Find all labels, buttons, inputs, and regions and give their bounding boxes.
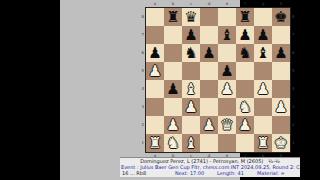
square-c6[interactable]: ♞: [182, 44, 200, 62]
square-g5[interactable]: [254, 62, 272, 80]
square-a8[interactable]: [146, 8, 164, 26]
square-f6[interactable]: ♞: [236, 44, 254, 62]
square-g7[interactable]: ♟: [254, 26, 272, 44]
left-rank-labels: 87654321: [139, 8, 144, 152]
black-knight-icon: ♞: [238, 44, 251, 62]
black-pawn-icon: ♟: [148, 44, 161, 62]
coord-label-6: 6: [139, 44, 144, 62]
square-h7[interactable]: [272, 26, 290, 44]
black-pawn-icon: ♟: [256, 26, 269, 44]
square-d1[interactable]: [200, 134, 218, 152]
right-rank-labels: 87654321: [292, 8, 298, 152]
black-bishop-icon: ♝: [256, 44, 269, 62]
white-pawn-icon: ♟: [220, 80, 233, 98]
square-c3[interactable]: ♟: [182, 98, 200, 116]
square-f2[interactable]: ♟: [236, 116, 254, 134]
square-a4[interactable]: [146, 80, 164, 98]
square-g6[interactable]: ♝: [254, 44, 272, 62]
white-queen-icon: ♛: [220, 116, 233, 134]
square-d7[interactable]: [200, 26, 218, 44]
caption-panel: Dominguez Perez, L (2741) - Petrosyan, M…: [120, 157, 300, 177]
square-g2[interactable]: [254, 116, 272, 134]
coord-label-4: 4: [292, 80, 298, 98]
white-knight-icon: ♞: [166, 134, 179, 152]
square-a2[interactable]: [146, 116, 164, 134]
white-knight-icon: ♞: [238, 98, 251, 116]
square-e5[interactable]: ♟: [218, 62, 236, 80]
coord-label-e: e: [218, 1, 236, 6]
chessboard[interactable]: ♜♛♜♚♟♝♟♟♟♞♟♞♝♟♟♟♟♝♟♟♟♞♟♟♟♛♟♜♞♝♜♚: [145, 7, 291, 153]
square-h4[interactable]: [272, 80, 290, 98]
square-g1[interactable]: ♜: [254, 134, 272, 152]
white-pawn-icon: ♟: [184, 98, 197, 116]
white-rook-icon: ♜: [148, 134, 161, 152]
coord-label-7: 7: [292, 26, 298, 44]
white-king-icon: ♚: [274, 134, 287, 152]
viewer-panel: abcdefgh abcdefgh 87654321 87654321 ♜♛♜♚…: [60, 0, 240, 180]
square-f3[interactable]: ♞: [236, 98, 254, 116]
square-h6[interactable]: ♟: [272, 44, 290, 62]
square-e4[interactable]: ♟: [218, 80, 236, 98]
black-pawn-icon: ♟: [202, 44, 215, 62]
square-e1[interactable]: [218, 134, 236, 152]
coord-label-a: a: [146, 1, 164, 6]
square-b3[interactable]: [164, 98, 182, 116]
square-b4[interactable]: ♟: [164, 80, 182, 98]
black-bishop-icon: ♝: [220, 26, 233, 44]
white-bishop-icon: ♝: [184, 134, 197, 152]
black-knight-icon: ♞: [184, 44, 197, 62]
square-d5[interactable]: [200, 62, 218, 80]
black-pawn-icon: ♟: [184, 26, 197, 44]
white-pawn-icon: ♟: [202, 116, 215, 134]
coord-label-8: 8: [139, 8, 144, 26]
black-rook-icon: ♜: [166, 8, 179, 26]
square-c2[interactable]: [182, 116, 200, 134]
square-d2[interactable]: ♟: [200, 116, 218, 134]
top-file-labels: abcdefgh: [146, 1, 290, 6]
coord-label-b: b: [164, 1, 182, 6]
square-b7[interactable]: [164, 26, 182, 44]
square-e8[interactable]: [218, 8, 236, 26]
coord-label-2: 2: [292, 116, 298, 134]
square-f5[interactable]: [236, 62, 254, 80]
coord-label-3: 3: [139, 98, 144, 116]
next-label: Next: 17.00: [175, 170, 217, 176]
square-e7[interactable]: ♝: [218, 26, 236, 44]
white-pawn-icon: ♟: [148, 62, 161, 80]
square-d8[interactable]: [200, 8, 218, 26]
square-f7[interactable]: ♟: [236, 26, 254, 44]
coord-label-4: 4: [139, 80, 144, 98]
length-label: Length: 41: [217, 170, 257, 176]
square-g4[interactable]: ♟: [254, 80, 272, 98]
square-b5[interactable]: [164, 62, 182, 80]
status-line: 16 ... Rb8 Next: 17.00 Length: 41 Materi…: [120, 170, 300, 176]
square-d4[interactable]: [200, 80, 218, 98]
white-bishop-icon: ♝: [184, 80, 197, 98]
coord-label-7: 7: [139, 26, 144, 44]
coord-label-c: c: [182, 1, 200, 6]
square-b6[interactable]: [164, 44, 182, 62]
square-h1[interactable]: ♚: [272, 134, 290, 152]
square-b2[interactable]: ♟: [164, 116, 182, 134]
black-pawn-icon: ♟: [166, 80, 179, 98]
square-c4[interactable]: ♝: [182, 80, 200, 98]
coord-label-8: 8: [292, 8, 298, 26]
coord-label-3: 3: [292, 98, 298, 116]
square-a3[interactable]: [146, 98, 164, 116]
square-f1[interactable]: [236, 134, 254, 152]
coord-label-f: f: [236, 1, 254, 6]
coord-label-1: 1: [292, 134, 298, 152]
black-pawn-icon: ♟: [220, 62, 233, 80]
square-h2[interactable]: [272, 116, 290, 134]
square-a1[interactable]: ♜: [146, 134, 164, 152]
square-c1[interactable]: ♝: [182, 134, 200, 152]
coord-label-6: 6: [292, 44, 298, 62]
coord-label-d: d: [200, 1, 218, 6]
white-pawn-icon: ♟: [256, 80, 269, 98]
material-label: Material: =: [257, 170, 285, 176]
black-pawn-icon: ♟: [238, 26, 251, 44]
video-frame: { "game": "chess", "position": { "fen": …: [0, 0, 320, 180]
coord-label-5: 5: [292, 62, 298, 80]
square-f8[interactable]: ♜: [236, 8, 254, 26]
square-g8[interactable]: [254, 8, 272, 26]
square-b8[interactable]: ♜: [164, 8, 182, 26]
black-pawn-icon: ♟: [274, 44, 287, 62]
square-b1[interactable]: ♞: [164, 134, 182, 152]
square-h3[interactable]: ♟: [272, 98, 290, 116]
white-pawn-icon: ♟: [274, 98, 287, 116]
white-pawn-icon: ♟: [238, 116, 251, 134]
square-d3[interactable]: [200, 98, 218, 116]
coord-label-g: g: [254, 1, 272, 6]
square-e2[interactable]: ♛: [218, 116, 236, 134]
white-rook-icon: ♜: [256, 134, 269, 152]
square-g3[interactable]: [254, 98, 272, 116]
square-h8[interactable]: ♚: [272, 8, 290, 26]
black-rook-icon: ♜: [238, 8, 251, 26]
square-a7[interactable]: [146, 26, 164, 44]
square-c5[interactable]: [182, 62, 200, 80]
coord-label-5: 5: [139, 62, 144, 80]
last-move-label: 16 ... Rb8: [122, 170, 175, 176]
square-c8[interactable]: ♛: [182, 8, 200, 26]
square-f4[interactable]: [236, 80, 254, 98]
square-e6[interactable]: [218, 44, 236, 62]
square-c7[interactable]: ♟: [182, 26, 200, 44]
coord-label-2: 2: [139, 116, 144, 134]
square-a6[interactable]: ♟: [146, 44, 164, 62]
square-h5[interactable]: [272, 62, 290, 80]
coord-label-h: h: [272, 1, 290, 6]
white-pawn-icon: ♟: [166, 116, 179, 134]
square-a5[interactable]: ♟: [146, 62, 164, 80]
black-queen-icon: ♛: [184, 8, 197, 26]
square-d6[interactable]: ♟: [200, 44, 218, 62]
coord-label-1: 1: [139, 134, 144, 152]
black-king-icon: ♚: [274, 8, 287, 26]
square-e3[interactable]: [218, 98, 236, 116]
